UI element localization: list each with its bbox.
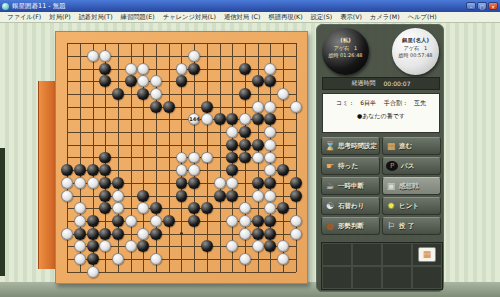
board-cell[interactable] — [150, 253, 163, 266]
board-cell[interactable] — [289, 113, 302, 126]
board-cell[interactable] — [162, 126, 175, 139]
board-cell[interactable] — [289, 265, 302, 278]
board-cell[interactable] — [175, 75, 188, 88]
board-cell[interactable] — [251, 240, 264, 253]
board-cell[interactable] — [201, 75, 214, 88]
board-cell[interactable] — [264, 240, 277, 253]
board-cell[interactable] — [74, 227, 87, 240]
board-cell[interactable] — [188, 189, 201, 202]
board-cell[interactable] — [162, 177, 175, 190]
board-cell[interactable] — [61, 138, 74, 151]
board-cell[interactable] — [264, 265, 277, 278]
board-cell[interactable] — [277, 100, 290, 113]
board-cell[interactable] — [74, 37, 87, 50]
board-cell[interactable] — [277, 177, 290, 190]
board-cell[interactable] — [251, 75, 264, 88]
board-cell[interactable] — [86, 265, 99, 278]
mini-board-icon[interactable]: ▦ — [418, 247, 436, 262]
board-cell[interactable] — [201, 126, 214, 139]
board-cell[interactable] — [226, 253, 239, 266]
board-cell[interactable] — [226, 37, 239, 50]
board-cell[interactable] — [150, 227, 163, 240]
board-cell[interactable] — [150, 240, 163, 253]
board-cell[interactable] — [61, 100, 74, 113]
board-cell[interactable] — [137, 265, 150, 278]
board-cell[interactable] — [175, 62, 188, 75]
board-cell[interactable] — [86, 100, 99, 113]
board-cell[interactable] — [124, 37, 137, 50]
board-cell[interactable] — [251, 138, 264, 151]
board-cell[interactable] — [251, 164, 264, 177]
board-cell[interactable] — [289, 100, 302, 113]
board-cell[interactable] — [150, 75, 163, 88]
menu-item[interactable]: 練習問題(E) — [117, 13, 159, 22]
board-cell[interactable] — [112, 177, 125, 190]
board-cell[interactable] — [150, 202, 163, 215]
board-cell[interactable] — [201, 253, 214, 266]
board-cell[interactable] — [188, 138, 201, 151]
board-cell[interactable] — [112, 240, 125, 253]
board-cell[interactable] — [61, 151, 74, 164]
board-cell[interactable] — [112, 126, 125, 139]
board-cell[interactable] — [99, 113, 112, 126]
board-cell[interactable] — [213, 240, 226, 253]
board-cell[interactable] — [264, 177, 277, 190]
board-cell[interactable] — [213, 138, 226, 151]
board-cell[interactable] — [124, 253, 137, 266]
go-board[interactable]: 144 — [55, 31, 308, 284]
board-cell[interactable] — [162, 189, 175, 202]
board-cell[interactable] — [124, 75, 137, 88]
menu-item[interactable]: チャレンジ対局(L) — [159, 13, 220, 22]
board-cell[interactable] — [175, 189, 188, 202]
board-cell[interactable] — [289, 62, 302, 75]
board-cell[interactable] — [175, 113, 188, 126]
menu-item[interactable]: 通信対局 (C) — [220, 13, 265, 22]
board-cell[interactable] — [213, 50, 226, 63]
board-cell[interactable] — [277, 88, 290, 101]
board-cell[interactable] — [86, 37, 99, 50]
board-cell[interactable] — [61, 75, 74, 88]
石替わり-button[interactable]: ☯石替わり — [321, 197, 380, 215]
board-cell[interactable] — [61, 240, 74, 253]
board-cell[interactable] — [162, 253, 175, 266]
board-cell[interactable] — [289, 126, 302, 139]
board-cell[interactable] — [99, 253, 112, 266]
board-cell[interactable] — [150, 113, 163, 126]
board-cell[interactable] — [137, 37, 150, 50]
board-cell[interactable] — [112, 215, 125, 228]
board-cell[interactable] — [61, 88, 74, 101]
board-cell[interactable] — [264, 164, 277, 177]
投 了-button[interactable]: ⚐投 了 — [382, 217, 441, 235]
board-cell[interactable] — [61, 126, 74, 139]
menu-item[interactable]: 対局(P) — [45, 13, 74, 22]
board-cell[interactable] — [112, 100, 125, 113]
board-cell[interactable] — [150, 164, 163, 177]
board-cell[interactable] — [226, 75, 239, 88]
board-cell[interactable] — [61, 265, 74, 278]
board-cell[interactable] — [239, 202, 252, 215]
board-cell[interactable] — [162, 75, 175, 88]
board-cell[interactable] — [86, 253, 99, 266]
board-cell[interactable] — [226, 138, 239, 151]
board-cell[interactable] — [264, 88, 277, 101]
board-cell[interactable] — [162, 50, 175, 63]
board-cell[interactable] — [86, 227, 99, 240]
board-cell[interactable] — [264, 215, 277, 228]
board-cell[interactable] — [201, 100, 214, 113]
形勢判断-button[interactable]: ●形勢判断 — [321, 217, 380, 235]
board-cell[interactable] — [213, 177, 226, 190]
board-cell[interactable] — [226, 189, 239, 202]
board-cell[interactable] — [264, 37, 277, 50]
board-cell[interactable] — [201, 189, 214, 202]
board-cell[interactable] — [162, 113, 175, 126]
menu-item[interactable]: 詰碁対局(T) — [75, 13, 117, 22]
board-cell[interactable] — [99, 75, 112, 88]
board-cell[interactable] — [112, 202, 125, 215]
board-cell[interactable] — [251, 113, 264, 126]
board-cell[interactable] — [201, 227, 214, 240]
menu-item[interactable]: 設定(S) — [307, 13, 337, 22]
board-cell[interactable] — [251, 227, 264, 240]
board-cell[interactable] — [289, 240, 302, 253]
board-cell[interactable] — [264, 126, 277, 139]
board-cell[interactable] — [112, 113, 125, 126]
board-cell[interactable] — [201, 215, 214, 228]
board-cell[interactable] — [150, 50, 163, 63]
menu-item[interactable]: ファイル(F) — [3, 13, 45, 22]
board-cell[interactable] — [86, 189, 99, 202]
board-cell[interactable] — [175, 265, 188, 278]
board-cell[interactable] — [239, 240, 252, 253]
board-cell[interactable] — [226, 62, 239, 75]
board-cell[interactable] — [175, 227, 188, 240]
board-cell[interactable] — [112, 75, 125, 88]
board-cell[interactable] — [201, 240, 214, 253]
board-cell[interactable] — [188, 164, 201, 177]
board-cell[interactable] — [239, 253, 252, 266]
board-cell[interactable] — [162, 240, 175, 253]
パス-button[interactable]: Pパス — [382, 157, 441, 175]
board-cell[interactable] — [99, 88, 112, 101]
board-cell[interactable] — [99, 202, 112, 215]
board-cell[interactable] — [277, 50, 290, 63]
board-cell[interactable] — [188, 265, 201, 278]
一時中断-button[interactable]: ☕一時中断 — [321, 177, 380, 195]
board-cell[interactable] — [239, 50, 252, 63]
board-cell[interactable] — [213, 189, 226, 202]
board-cell[interactable] — [99, 37, 112, 50]
board-cell[interactable] — [226, 265, 239, 278]
board-cell[interactable] — [86, 138, 99, 151]
menu-item[interactable]: ヘルプ(H) — [404, 13, 441, 22]
board-cell[interactable] — [175, 50, 188, 63]
board-cell[interactable] — [277, 215, 290, 228]
board-cell[interactable] — [137, 151, 150, 164]
board-cell[interactable] — [150, 177, 163, 190]
board-cell[interactable] — [61, 202, 74, 215]
board-cell[interactable] — [277, 62, 290, 75]
board-cell[interactable] — [86, 113, 99, 126]
board-cell[interactable] — [137, 113, 150, 126]
board-cell[interactable] — [137, 215, 150, 228]
board-cell[interactable] — [74, 164, 87, 177]
board-cell[interactable] — [226, 164, 239, 177]
board-cell[interactable] — [251, 202, 264, 215]
board-cell[interactable] — [277, 151, 290, 164]
board-cell[interactable] — [162, 37, 175, 50]
board-cell[interactable] — [150, 88, 163, 101]
board-cell[interactable] — [137, 253, 150, 266]
board-cell[interactable] — [61, 113, 74, 126]
board-cell[interactable] — [162, 215, 175, 228]
board-cell[interactable] — [188, 253, 201, 266]
board-cell[interactable] — [289, 202, 302, 215]
board-cell[interactable] — [112, 37, 125, 50]
board-cell[interactable] — [289, 50, 302, 63]
board-cell[interactable] — [289, 227, 302, 240]
board-cell[interactable] — [289, 138, 302, 151]
board-cell[interactable] — [74, 177, 87, 190]
思考時間設定-button[interactable]: ⌛思考時間設定 — [321, 137, 380, 155]
board-cell[interactable] — [124, 189, 137, 202]
board-cell[interactable] — [277, 240, 290, 253]
board-cell[interactable] — [239, 88, 252, 101]
進む-button[interactable]: ▦進む — [382, 137, 441, 155]
board-cell[interactable] — [162, 88, 175, 101]
board-cell[interactable] — [61, 253, 74, 266]
board-cell[interactable] — [251, 215, 264, 228]
board-cell[interactable] — [175, 100, 188, 113]
board-cell[interactable] — [124, 88, 137, 101]
board-cell[interactable] — [188, 75, 201, 88]
board-cell[interactable] — [213, 88, 226, 101]
menu-item[interactable]: カメラ(M) — [366, 13, 404, 22]
ヒント-button[interactable]: ✹ヒント — [382, 197, 441, 215]
board-cell[interactable] — [239, 177, 252, 190]
board-cell[interactable] — [239, 75, 252, 88]
board-cell[interactable] — [124, 126, 137, 139]
board-cell[interactable] — [99, 189, 112, 202]
minimize-button[interactable]: – — [466, 2, 476, 10]
board-cell[interactable] — [74, 88, 87, 101]
board-cell[interactable] — [137, 75, 150, 88]
board-cell[interactable] — [213, 215, 226, 228]
board-cell[interactable] — [124, 113, 137, 126]
board-cell[interactable] — [277, 126, 290, 139]
board-cell[interactable] — [175, 126, 188, 139]
待った-button[interactable]: ☛待った — [321, 157, 380, 175]
board-cell[interactable] — [201, 265, 214, 278]
board-cell[interactable] — [61, 215, 74, 228]
board-cell[interactable] — [289, 88, 302, 101]
board-cell[interactable] — [74, 126, 87, 139]
board-cell[interactable] — [162, 227, 175, 240]
board-cell[interactable] — [74, 113, 87, 126]
board-cell[interactable] — [239, 100, 252, 113]
board-cell[interactable] — [99, 240, 112, 253]
board-cell[interactable] — [226, 50, 239, 63]
board-cell[interactable] — [264, 227, 277, 240]
board-cell[interactable] — [251, 126, 264, 139]
board-cell[interactable] — [277, 164, 290, 177]
board-cell[interactable] — [162, 138, 175, 151]
board-cell[interactable] — [226, 88, 239, 101]
board-cell[interactable] — [150, 100, 163, 113]
board-cell[interactable] — [188, 62, 201, 75]
board-cell[interactable] — [61, 37, 74, 50]
board-cell[interactable] — [74, 240, 87, 253]
board-cell[interactable] — [86, 177, 99, 190]
board-cell[interactable] — [188, 177, 201, 190]
board-cell[interactable] — [201, 151, 214, 164]
board-grid[interactable]: 144 — [61, 37, 302, 278]
board-cell[interactable] — [213, 37, 226, 50]
board-cell[interactable] — [137, 227, 150, 240]
board-cell[interactable] — [137, 202, 150, 215]
board-cell[interactable] — [124, 177, 137, 190]
board-cell[interactable] — [124, 265, 137, 278]
board-cell[interactable] — [213, 151, 226, 164]
board-cell[interactable] — [150, 62, 163, 75]
board-cell[interactable] — [251, 177, 264, 190]
board-cell[interactable] — [201, 62, 214, 75]
board-cell[interactable] — [86, 215, 99, 228]
board-cell[interactable] — [226, 177, 239, 190]
menu-item[interactable]: 表示(V) — [336, 13, 366, 22]
board-cell[interactable] — [277, 37, 290, 50]
board-cell[interactable] — [61, 189, 74, 202]
board-cell[interactable] — [277, 75, 290, 88]
board-cell[interactable] — [74, 202, 87, 215]
board-cell[interactable] — [277, 113, 290, 126]
board-cell[interactable] — [175, 37, 188, 50]
board-cell[interactable] — [213, 113, 226, 126]
board-cell[interactable] — [99, 164, 112, 177]
board-cell[interactable] — [239, 126, 252, 139]
board-cell[interactable] — [264, 75, 277, 88]
board-cell[interactable] — [239, 189, 252, 202]
board-cell[interactable] — [289, 75, 302, 88]
board-cell[interactable] — [264, 253, 277, 266]
board-cell[interactable] — [99, 265, 112, 278]
board-cell[interactable] — [226, 151, 239, 164]
board-cell[interactable] — [112, 138, 125, 151]
board-cell[interactable] — [175, 215, 188, 228]
board-cell[interactable] — [112, 50, 125, 63]
board-cell[interactable] — [239, 265, 252, 278]
board-cell[interactable] — [86, 126, 99, 139]
board-cell[interactable] — [112, 189, 125, 202]
board-cell[interactable] — [188, 240, 201, 253]
board-cell[interactable] — [124, 100, 137, 113]
board-cell[interactable] — [74, 151, 87, 164]
board-cell[interactable] — [239, 113, 252, 126]
board-cell[interactable] — [264, 138, 277, 151]
board-cell[interactable] — [124, 215, 137, 228]
board-cell[interactable] — [162, 151, 175, 164]
board-cell[interactable] — [162, 164, 175, 177]
board-cell[interactable] — [201, 177, 214, 190]
board-cell[interactable] — [201, 37, 214, 50]
board-cell[interactable] — [201, 202, 214, 215]
board-cell[interactable] — [175, 202, 188, 215]
board-cell[interactable] — [99, 177, 112, 190]
board-cell[interactable] — [74, 100, 87, 113]
board-cell[interactable]: 144 — [188, 113, 201, 126]
board-cell[interactable] — [150, 189, 163, 202]
board-cell[interactable] — [289, 151, 302, 164]
board-cell[interactable] — [137, 88, 150, 101]
board-cell[interactable] — [150, 37, 163, 50]
board-cell[interactable] — [162, 100, 175, 113]
board-cell[interactable] — [188, 88, 201, 101]
close-button[interactable]: ✕ — [488, 2, 498, 10]
board-cell[interactable] — [137, 177, 150, 190]
board-cell[interactable] — [99, 100, 112, 113]
board-cell[interactable] — [175, 88, 188, 101]
board-cell[interactable] — [289, 177, 302, 190]
board-cell[interactable] — [99, 126, 112, 139]
board-cell[interactable] — [264, 189, 277, 202]
board-cell[interactable] — [112, 253, 125, 266]
board-cell[interactable] — [188, 50, 201, 63]
board-cell[interactable] — [150, 151, 163, 164]
board-cell[interactable] — [277, 202, 290, 215]
board-cell[interactable] — [112, 88, 125, 101]
board-cell[interactable] — [74, 215, 87, 228]
board-cell[interactable] — [86, 164, 99, 177]
board-cell[interactable] — [226, 100, 239, 113]
board-cell[interactable] — [99, 151, 112, 164]
board-cell[interactable] — [74, 253, 87, 266]
board-cell[interactable] — [112, 62, 125, 75]
board-cell[interactable] — [226, 227, 239, 240]
board-cell[interactable] — [251, 37, 264, 50]
board-cell[interactable] — [277, 138, 290, 151]
board-cell[interactable] — [86, 62, 99, 75]
board-cell[interactable] — [289, 253, 302, 266]
board-cell[interactable] — [239, 227, 252, 240]
board-cell[interactable] — [251, 189, 264, 202]
board-cell[interactable] — [188, 215, 201, 228]
board-cell[interactable] — [150, 215, 163, 228]
board-cell[interactable] — [277, 253, 290, 266]
board-cell[interactable] — [188, 37, 201, 50]
board-cell[interactable] — [251, 100, 264, 113]
board-cell[interactable] — [74, 62, 87, 75]
board-cell[interactable] — [226, 126, 239, 139]
board-cell[interactable] — [175, 177, 188, 190]
board-cell[interactable] — [213, 62, 226, 75]
board-cell[interactable] — [251, 88, 264, 101]
board-cell[interactable] — [277, 189, 290, 202]
board-cell[interactable] — [137, 126, 150, 139]
board-cell[interactable] — [162, 265, 175, 278]
board-cell[interactable] — [162, 62, 175, 75]
board-cell[interactable] — [124, 62, 137, 75]
board-cell[interactable] — [175, 151, 188, 164]
board-cell[interactable] — [61, 62, 74, 75]
board-cell[interactable] — [124, 202, 137, 215]
board-cell[interactable] — [239, 138, 252, 151]
board-cell[interactable] — [188, 126, 201, 139]
board-cell[interactable] — [124, 138, 137, 151]
board-cell[interactable] — [188, 227, 201, 240]
board-cell[interactable] — [251, 151, 264, 164]
